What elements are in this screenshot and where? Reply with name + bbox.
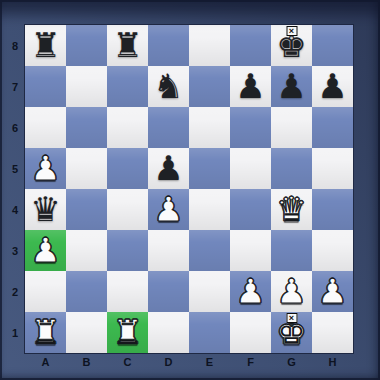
square-h1[interactable] (312, 312, 353, 353)
rank-label-3: 3 (0, 230, 25, 271)
square-b5[interactable] (66, 148, 107, 189)
piece-black-pawn[interactable]: ♟ (235, 66, 265, 107)
rank-label-4: 4 (0, 189, 25, 230)
file-label-h: H (312, 353, 353, 380)
square-e5[interactable] (189, 148, 230, 189)
square-b2[interactable] (66, 271, 107, 312)
square-d7[interactable]: ♞ (148, 66, 189, 107)
rank-label-5: 5 (0, 148, 25, 189)
square-c1[interactable]: ♜ (107, 312, 148, 353)
square-b8[interactable] (66, 25, 107, 66)
square-c3[interactable] (107, 230, 148, 271)
square-c2[interactable] (107, 271, 148, 312)
piece-black-queen[interactable]: ♛ (30, 189, 60, 230)
square-d6[interactable] (148, 107, 189, 148)
square-g2[interactable]: ♟ (271, 271, 312, 312)
square-e4[interactable] (189, 189, 230, 230)
piece-white-pawn[interactable]: ♟ (153, 189, 183, 230)
square-a2[interactable] (25, 271, 66, 312)
file-label-e: E (189, 353, 230, 380)
square-f5[interactable] (230, 148, 271, 189)
square-h6[interactable] (312, 107, 353, 148)
piece-white-pawn[interactable]: ♟ (276, 271, 306, 312)
rank-label-1: 1 (0, 312, 25, 353)
square-e1[interactable] (189, 312, 230, 353)
rank-labels: 87654321 (0, 25, 25, 353)
square-g6[interactable] (271, 107, 312, 148)
piece-black-knight[interactable]: ♞ (153, 66, 183, 107)
square-d1[interactable] (148, 312, 189, 353)
piece-white-pawn[interactable]: ♟ (30, 148, 60, 189)
file-label-b: B (66, 353, 107, 380)
file-labels: ABCDEFGH (25, 353, 353, 380)
file-label-a: A (25, 353, 66, 380)
square-f2[interactable]: ♟ (230, 271, 271, 312)
square-c4[interactable] (107, 189, 148, 230)
square-a8[interactable]: ♜ (25, 25, 66, 66)
square-h2[interactable]: ♟ (312, 271, 353, 312)
square-f1[interactable] (230, 312, 271, 353)
square-c7[interactable] (107, 66, 148, 107)
square-b4[interactable] (66, 189, 107, 230)
board: ♜♜♚×♞♟♟♟♟♟♛♟♛♟♟♟♟♜♜♚× (25, 25, 353, 353)
square-g8[interactable]: ♚× (271, 25, 312, 66)
rank-label-2: 2 (0, 271, 25, 312)
rank-label-6: 6 (0, 107, 25, 148)
square-g5[interactable] (271, 148, 312, 189)
file-label-d: D (148, 353, 189, 380)
square-a4[interactable]: ♛ (25, 189, 66, 230)
square-e8[interactable] (189, 25, 230, 66)
file-label-c: C (107, 353, 148, 380)
square-g1[interactable]: ♚× (271, 312, 312, 353)
square-d4[interactable]: ♟ (148, 189, 189, 230)
square-a5[interactable]: ♟ (25, 148, 66, 189)
square-f8[interactable] (230, 25, 271, 66)
piece-black-pawn[interactable]: ♟ (153, 148, 183, 189)
square-b3[interactable] (66, 230, 107, 271)
square-e2[interactable] (189, 271, 230, 312)
square-e7[interactable] (189, 66, 230, 107)
rank-label-8: 8 (0, 25, 25, 66)
square-g4[interactable]: ♛ (271, 189, 312, 230)
piece-black-rook[interactable]: ♜ (30, 25, 60, 66)
square-h4[interactable] (312, 189, 353, 230)
king-x-marker: × (286, 313, 297, 323)
square-d8[interactable] (148, 25, 189, 66)
square-a3[interactable]: ♟ (25, 230, 66, 271)
square-b7[interactable] (66, 66, 107, 107)
square-f6[interactable] (230, 107, 271, 148)
square-a1[interactable]: ♜ (25, 312, 66, 353)
chess-board-frame: 87654321 ♜♜♚×♞♟♟♟♟♟♛♟♛♟♟♟♟♜♜♚× ABCDEFGH (0, 0, 380, 380)
square-c8[interactable]: ♜ (107, 25, 148, 66)
square-e6[interactable] (189, 107, 230, 148)
king-x-marker: × (286, 26, 297, 36)
square-h7[interactable]: ♟ (312, 66, 353, 107)
piece-white-rook[interactable]: ♜ (112, 312, 142, 353)
square-g3[interactable] (271, 230, 312, 271)
piece-black-pawn[interactable]: ♟ (276, 66, 306, 107)
piece-white-pawn[interactable]: ♟ (235, 271, 265, 312)
square-b6[interactable] (66, 107, 107, 148)
file-label-f: F (230, 353, 271, 380)
square-c5[interactable] (107, 148, 148, 189)
square-d5[interactable]: ♟ (148, 148, 189, 189)
square-c6[interactable] (107, 107, 148, 148)
square-b1[interactable] (66, 312, 107, 353)
piece-black-rook[interactable]: ♜ (112, 25, 142, 66)
rank-label-7: 7 (0, 66, 25, 107)
square-a7[interactable] (25, 66, 66, 107)
square-a6[interactable] (25, 107, 66, 148)
piece-white-pawn[interactable]: ♟ (317, 271, 347, 312)
piece-white-rook[interactable]: ♜ (30, 312, 60, 353)
piece-white-queen[interactable]: ♛ (276, 189, 306, 230)
square-g7[interactable]: ♟ (271, 66, 312, 107)
square-f7[interactable]: ♟ (230, 66, 271, 107)
square-h3[interactable] (312, 230, 353, 271)
square-f4[interactable] (230, 189, 271, 230)
square-d3[interactable] (148, 230, 189, 271)
square-d2[interactable] (148, 271, 189, 312)
square-h8[interactable] (312, 25, 353, 66)
piece-black-pawn[interactable]: ♟ (317, 66, 347, 107)
square-e3[interactable] (189, 230, 230, 271)
piece-white-pawn[interactable]: ♟ (30, 230, 60, 271)
square-h5[interactable] (312, 148, 353, 189)
square-f3[interactable] (230, 230, 271, 271)
file-label-g: G (271, 353, 312, 380)
